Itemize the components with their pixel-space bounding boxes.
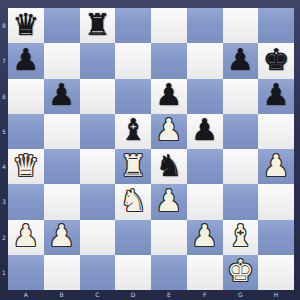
square-d8[interactable] <box>115 8 151 43</box>
square-g3[interactable] <box>223 184 259 219</box>
white-queen[interactable]: ♛ <box>12 151 39 181</box>
square-g5[interactable] <box>223 114 259 149</box>
square-f6[interactable] <box>187 79 223 114</box>
chess-board: ♛♜♟♟♚♟♟♟♝♟♟♛♜♞♟♞♟♟♟♟♝♚ <box>8 8 294 290</box>
square-f1[interactable] <box>187 255 223 290</box>
square-h7[interactable]: ♚ <box>258 43 294 78</box>
square-b4[interactable] <box>44 149 80 184</box>
black-knight[interactable]: ♞ <box>155 151 182 181</box>
square-b8[interactable] <box>44 8 80 43</box>
file-label-h: H <box>258 290 294 300</box>
square-c4[interactable] <box>80 149 116 184</box>
black-bishop[interactable]: ♝ <box>120 115 147 145</box>
square-a8[interactable]: ♛ <box>8 8 44 43</box>
square-h5[interactable] <box>258 114 294 149</box>
rank-label-7: 7 <box>0 43 8 78</box>
rank-labels: 87654321 <box>0 8 8 290</box>
white-pawn[interactable]: ♟ <box>12 221 39 251</box>
file-label-f: F <box>187 290 223 300</box>
rank-label-8: 8 <box>0 8 8 43</box>
rank-label-4: 4 <box>0 149 8 184</box>
square-c5[interactable] <box>80 114 116 149</box>
black-pawn[interactable]: ♟ <box>263 80 290 110</box>
square-c7[interactable] <box>80 43 116 78</box>
square-e8[interactable] <box>151 8 187 43</box>
file-label-d: D <box>115 290 151 300</box>
square-d2[interactable] <box>115 220 151 255</box>
square-f8[interactable] <box>187 8 223 43</box>
square-b2[interactable]: ♟ <box>44 220 80 255</box>
black-pawn[interactable]: ♟ <box>12 45 39 75</box>
file-label-e: E <box>151 290 187 300</box>
rank-label-1: 1 <box>0 255 8 290</box>
white-pawn[interactable]: ♟ <box>263 151 290 181</box>
black-king[interactable]: ♚ <box>263 45 290 75</box>
square-e6[interactable]: ♟ <box>151 79 187 114</box>
square-f7[interactable] <box>187 43 223 78</box>
square-a5[interactable] <box>8 114 44 149</box>
black-pawn[interactable]: ♟ <box>155 80 182 110</box>
rank-label-2: 2 <box>0 220 8 255</box>
square-g8[interactable] <box>223 8 259 43</box>
square-g6[interactable] <box>223 79 259 114</box>
square-b1[interactable] <box>44 255 80 290</box>
square-f5[interactable]: ♟ <box>187 114 223 149</box>
square-h8[interactable] <box>258 8 294 43</box>
square-d5[interactable]: ♝ <box>115 114 151 149</box>
white-pawn[interactable]: ♟ <box>155 186 182 216</box>
square-c2[interactable] <box>80 220 116 255</box>
file-label-a: A <box>8 290 44 300</box>
file-label-c: C <box>80 290 116 300</box>
square-e5[interactable]: ♟ <box>151 114 187 149</box>
square-h2[interactable] <box>258 220 294 255</box>
square-b7[interactable] <box>44 43 80 78</box>
square-a2[interactable]: ♟ <box>8 220 44 255</box>
white-pawn[interactable]: ♟ <box>191 221 218 251</box>
square-a7[interactable]: ♟ <box>8 43 44 78</box>
square-d1[interactable] <box>115 255 151 290</box>
white-rook[interactable]: ♜ <box>120 151 147 181</box>
square-e4[interactable]: ♞ <box>151 149 187 184</box>
square-f2[interactable]: ♟ <box>187 220 223 255</box>
file-labels: ABCDEFGH <box>8 290 294 300</box>
square-g1[interactable]: ♚ <box>223 255 259 290</box>
square-g2[interactable]: ♝ <box>223 220 259 255</box>
rank-label-3: 3 <box>0 184 8 219</box>
black-pawn[interactable]: ♟ <box>48 80 75 110</box>
square-c3[interactable] <box>80 184 116 219</box>
square-f4[interactable] <box>187 149 223 184</box>
file-label-g: G <box>223 290 259 300</box>
white-pawn[interactable]: ♟ <box>155 115 182 145</box>
square-h3[interactable] <box>258 184 294 219</box>
square-h1[interactable] <box>258 255 294 290</box>
square-g4[interactable] <box>223 149 259 184</box>
square-e2[interactable] <box>151 220 187 255</box>
square-b3[interactable] <box>44 184 80 219</box>
square-a3[interactable] <box>8 184 44 219</box>
square-h4[interactable]: ♟ <box>258 149 294 184</box>
square-a1[interactable] <box>8 255 44 290</box>
square-e1[interactable] <box>151 255 187 290</box>
white-pawn[interactable]: ♟ <box>48 221 75 251</box>
black-pawn[interactable]: ♟ <box>227 45 254 75</box>
square-a6[interactable] <box>8 79 44 114</box>
black-pawn[interactable]: ♟ <box>191 115 218 145</box>
square-d3[interactable]: ♞ <box>115 184 151 219</box>
square-b5[interactable] <box>44 114 80 149</box>
chess-board-frame: 87654321 ABCDEFGH ♛♜♟♟♚♟♟♟♝♟♟♛♜♞♟♞♟♟♟♟♝♚ <box>0 0 300 300</box>
white-king[interactable]: ♚ <box>227 256 254 286</box>
square-c6[interactable] <box>80 79 116 114</box>
square-c8[interactable]: ♜ <box>80 8 116 43</box>
square-d6[interactable] <box>115 79 151 114</box>
square-e3[interactable]: ♟ <box>151 184 187 219</box>
white-knight[interactable]: ♞ <box>120 186 147 216</box>
rank-label-5: 5 <box>0 114 8 149</box>
white-bishop[interactable]: ♝ <box>227 221 254 251</box>
square-e7[interactable] <box>151 43 187 78</box>
square-h6[interactable]: ♟ <box>258 79 294 114</box>
square-b6[interactable]: ♟ <box>44 79 80 114</box>
file-label-b: B <box>44 290 80 300</box>
square-g7[interactable]: ♟ <box>223 43 259 78</box>
square-f3[interactable] <box>187 184 223 219</box>
black-queen[interactable]: ♛ <box>12 10 39 40</box>
black-rook[interactable]: ♜ <box>84 10 111 40</box>
square-d7[interactable] <box>115 43 151 78</box>
square-a4[interactable]: ♛ <box>8 149 44 184</box>
rank-label-6: 6 <box>0 79 8 114</box>
square-d4[interactable]: ♜ <box>115 149 151 184</box>
square-c1[interactable] <box>80 255 116 290</box>
